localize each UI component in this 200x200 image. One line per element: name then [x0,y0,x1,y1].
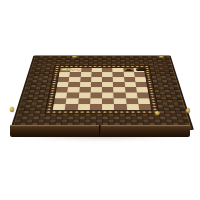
square-h5 [102,104,114,110]
brass-clasp-icon [155,111,160,115]
square-h1 [53,104,66,110]
square-h8 [138,104,151,110]
brass-latch-icon [10,107,14,112]
brass-hinge-icon [159,56,165,57]
square-h3 [77,104,90,110]
piece-black-rook: ♜ [134,68,145,71]
chess-set-product-photo: ♜♞♝♛♚♝♞♜♟♟♟♟♟♟♟♟♟♟♟♟♟♟♟♟♜♞♝♛♚♝♞♜ [0,0,200,200]
brass-latch-icon [186,108,190,113]
fold-seam [99,125,101,137]
box-front-face [10,125,190,137]
brass-hinge-icon [72,56,77,57]
piece-white-rook: ♜ [59,68,70,71]
chess-board-top: ♜♞♝♛♚♝♞♜♟♟♟♟♟♟♟♟♟♟♟♟♟♟♟♟♜♞♝♛♚♝♞♜ [10,55,194,130]
square-h4 [90,104,102,110]
square-h7 [126,104,139,110]
chess-board-grid [52,67,153,110]
piece-black-pawn: ♟ [123,69,134,71]
square-h6 [114,104,127,110]
square-h2 [65,104,78,110]
